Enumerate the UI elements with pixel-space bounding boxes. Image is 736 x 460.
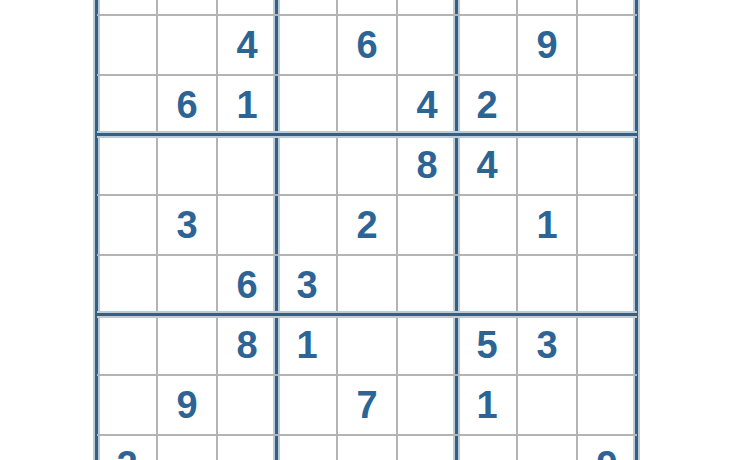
- cell-r8c7[interactable]: 1: [457, 375, 517, 435]
- cell-r9c2[interactable]: [157, 435, 217, 460]
- cell-r9c3[interactable]: [217, 435, 277, 460]
- cell-r1c3[interactable]: [217, 0, 277, 15]
- cell-r5c7[interactable]: [457, 195, 517, 255]
- cell-r8c2[interactable]: 9: [157, 375, 217, 435]
- cell-r2c7[interactable]: [457, 15, 517, 75]
- cell-r3c1[interactable]: [97, 75, 157, 135]
- cell-r2c1[interactable]: [97, 15, 157, 75]
- cell-r4c5[interactable]: [337, 135, 397, 195]
- cell-r6c1[interactable]: [97, 255, 157, 315]
- cell-r5c1[interactable]: [97, 195, 157, 255]
- cell-r9c5[interactable]: [337, 435, 397, 460]
- cell-r7c8[interactable]: 3: [517, 315, 577, 375]
- cell-r1c7[interactable]: [457, 0, 517, 15]
- cell-r1c4[interactable]: [277, 0, 337, 15]
- cell-r6c9[interactable]: [577, 255, 637, 315]
- cell-r1c6[interactable]: [397, 0, 457, 15]
- cell-r6c5[interactable]: [337, 255, 397, 315]
- cell-r2c2[interactable]: [157, 15, 217, 75]
- cell-r2c9[interactable]: [577, 15, 637, 75]
- cell-r8c5[interactable]: 7: [337, 375, 397, 435]
- cell-r6c3[interactable]: 6: [217, 255, 277, 315]
- cell-r9c4[interactable]: [277, 435, 337, 460]
- cell-r4c8[interactable]: [517, 135, 577, 195]
- cell-r3c5[interactable]: [337, 75, 397, 135]
- cell-r9c9[interactable]: 9: [577, 435, 637, 460]
- cell-r3c4[interactable]: [277, 75, 337, 135]
- cell-r2c4[interactable]: [277, 15, 337, 75]
- cell-r5c5[interactable]: 2: [337, 195, 397, 255]
- cell-r5c3[interactable]: [217, 195, 277, 255]
- cell-r7c4[interactable]: 1: [277, 315, 337, 375]
- cell-r9c1[interactable]: 2: [97, 435, 157, 460]
- cell-r4c6[interactable]: 8: [397, 135, 457, 195]
- cell-r9c8[interactable]: [517, 435, 577, 460]
- cell-r1c2[interactable]: [157, 0, 217, 15]
- cell-r4c7[interactable]: 4: [457, 135, 517, 195]
- sudoku-cells: 46961428432163815397129: [97, 0, 637, 460]
- cell-r8c4[interactable]: [277, 375, 337, 435]
- cell-r1c5[interactable]: [337, 0, 397, 15]
- cell-r2c3[interactable]: 4: [217, 15, 277, 75]
- cell-r1c1[interactable]: [97, 0, 157, 15]
- cell-r2c5[interactable]: 6: [337, 15, 397, 75]
- cell-r7c1[interactable]: [97, 315, 157, 375]
- cell-r4c3[interactable]: [217, 135, 277, 195]
- cell-r8c9[interactable]: [577, 375, 637, 435]
- cell-r8c8[interactable]: [517, 375, 577, 435]
- cell-r3c7[interactable]: 2: [457, 75, 517, 135]
- cell-r3c6[interactable]: 4: [397, 75, 457, 135]
- cell-r9c7[interactable]: [457, 435, 517, 460]
- cell-r6c6[interactable]: [397, 255, 457, 315]
- cell-r4c9[interactable]: [577, 135, 637, 195]
- cell-r7c3[interactable]: 8: [217, 315, 277, 375]
- cell-r4c1[interactable]: [97, 135, 157, 195]
- sudoku-board: 46961428432163815397129: [97, 0, 637, 460]
- cell-r4c4[interactable]: [277, 135, 337, 195]
- cell-r7c2[interactable]: [157, 315, 217, 375]
- cell-r7c5[interactable]: [337, 315, 397, 375]
- cell-r3c9[interactable]: [577, 75, 637, 135]
- cell-r8c1[interactable]: [97, 375, 157, 435]
- cell-r4c2[interactable]: [157, 135, 217, 195]
- cell-r9c6[interactable]: [397, 435, 457, 460]
- cell-r8c6[interactable]: [397, 375, 457, 435]
- cell-r5c4[interactable]: [277, 195, 337, 255]
- cell-r5c9[interactable]: [577, 195, 637, 255]
- cell-r7c7[interactable]: 5: [457, 315, 517, 375]
- cell-r5c6[interactable]: [397, 195, 457, 255]
- cell-r8c3[interactable]: [217, 375, 277, 435]
- cell-r6c8[interactable]: [517, 255, 577, 315]
- cell-r3c8[interactable]: [517, 75, 577, 135]
- cell-r3c3[interactable]: 1: [217, 75, 277, 135]
- cell-r6c2[interactable]: [157, 255, 217, 315]
- cell-r5c8[interactable]: 1: [517, 195, 577, 255]
- cell-r6c4[interactable]: 3: [277, 255, 337, 315]
- cell-r6c7[interactable]: [457, 255, 517, 315]
- cell-r5c2[interactable]: 3: [157, 195, 217, 255]
- cell-r1c8[interactable]: [517, 0, 577, 15]
- cell-r2c6[interactable]: [397, 15, 457, 75]
- cell-r3c2[interactable]: 6: [157, 75, 217, 135]
- cell-r1c9[interactable]: [577, 0, 637, 15]
- cell-r7c9[interactable]: [577, 315, 637, 375]
- cell-r2c8[interactable]: 9: [517, 15, 577, 75]
- cell-r7c6[interactable]: [397, 315, 457, 375]
